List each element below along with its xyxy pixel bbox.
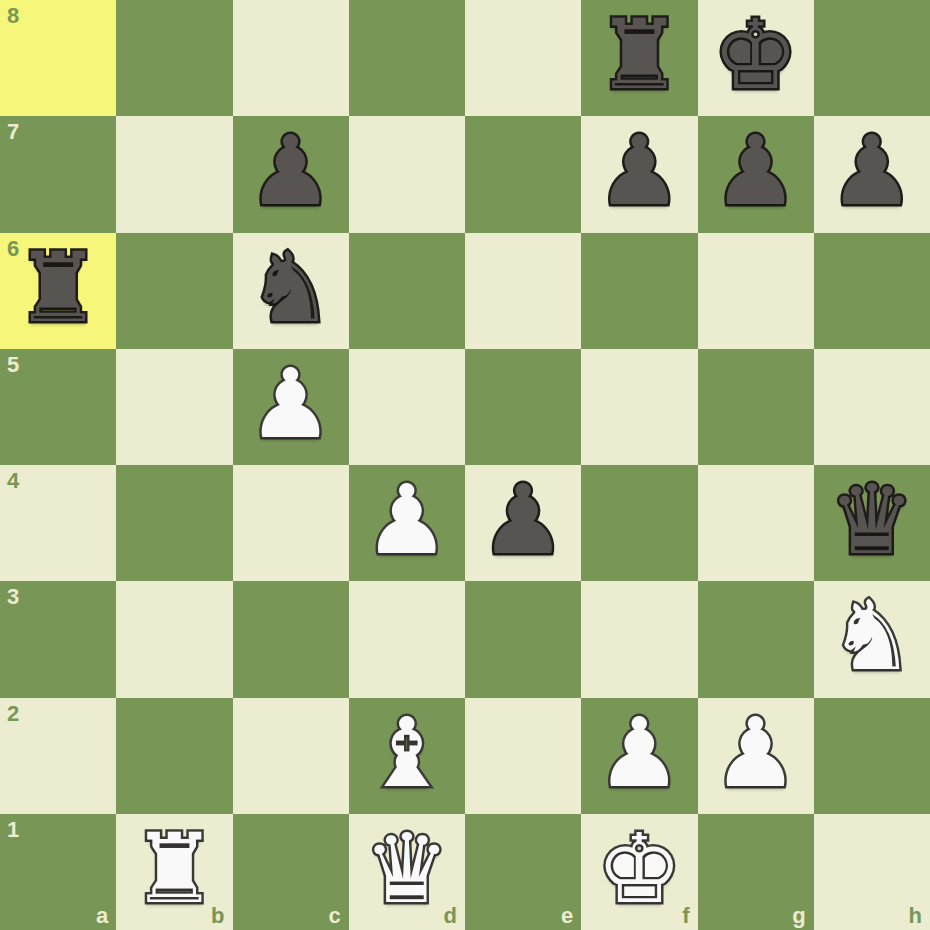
square-b4[interactable]	[116, 465, 232, 581]
square-d3[interactable]	[349, 581, 465, 697]
square-h1[interactable]: h	[814, 814, 930, 930]
white-knight-h3[interactable]: ♞	[829, 588, 915, 684]
square-d5[interactable]	[349, 349, 465, 465]
square-b3[interactable]	[116, 581, 232, 697]
square-c6[interactable]: ♞	[233, 233, 349, 349]
square-f2[interactable]: ♟	[581, 698, 697, 814]
rank-label-5: 5	[7, 354, 19, 376]
square-e3[interactable]	[465, 581, 581, 697]
black-pawn-f7[interactable]: ♟	[596, 123, 682, 219]
square-b6[interactable]	[116, 233, 232, 349]
black-king-g8[interactable]: ♚	[713, 7, 799, 103]
square-c5[interactable]: ♟	[233, 349, 349, 465]
white-rook-b1[interactable]: ♜	[131, 821, 217, 917]
square-h7[interactable]: ♟	[814, 116, 930, 232]
square-c7[interactable]: ♟	[233, 116, 349, 232]
square-h4[interactable]: ♛	[814, 465, 930, 581]
black-pawn-g7[interactable]: ♟	[713, 123, 799, 219]
square-f5[interactable]	[581, 349, 697, 465]
white-pawn-c5[interactable]: ♟	[248, 356, 334, 452]
white-pawn-d4[interactable]: ♟	[364, 472, 450, 568]
square-a5[interactable]: 5	[0, 349, 116, 465]
rank-label-2: 2	[7, 703, 19, 725]
chess-board: 8♜♚7♟♟♟♟6♜♞5♟4♟♟♛3♞2♝♟♟1ab♜cd♛ef♚gh	[0, 0, 930, 930]
black-knight-c6[interactable]: ♞	[248, 240, 334, 336]
black-rook-f8[interactable]: ♜	[596, 7, 682, 103]
square-a1[interactable]: 1a	[0, 814, 116, 930]
square-b5[interactable]	[116, 349, 232, 465]
square-f8[interactable]: ♜	[581, 0, 697, 116]
file-label-a: a	[96, 905, 108, 927]
square-d6[interactable]	[349, 233, 465, 349]
white-king-f1[interactable]: ♚	[596, 821, 682, 917]
black-rook-a6[interactable]: ♜	[15, 240, 101, 336]
square-f1[interactable]: f♚	[581, 814, 697, 930]
square-e4[interactable]: ♟	[465, 465, 581, 581]
square-e7[interactable]	[465, 116, 581, 232]
square-b1[interactable]: b♜	[116, 814, 232, 930]
rank-label-8: 8	[7, 5, 19, 27]
square-a6[interactable]: 6♜	[0, 233, 116, 349]
square-h8[interactable]	[814, 0, 930, 116]
chess-board-container: 8♜♚7♟♟♟♟6♜♞5♟4♟♟♛3♞2♝♟♟1ab♜cd♛ef♚gh	[0, 0, 930, 930]
square-c4[interactable]	[233, 465, 349, 581]
square-g2[interactable]: ♟	[698, 698, 814, 814]
square-d7[interactable]	[349, 116, 465, 232]
square-c2[interactable]	[233, 698, 349, 814]
square-g6[interactable]	[698, 233, 814, 349]
square-e2[interactable]	[465, 698, 581, 814]
square-a4[interactable]: 4	[0, 465, 116, 581]
square-e5[interactable]	[465, 349, 581, 465]
square-c8[interactable]	[233, 0, 349, 116]
file-label-f: f	[682, 905, 689, 927]
square-e6[interactable]	[465, 233, 581, 349]
rank-label-1: 1	[7, 819, 19, 841]
file-label-c: c	[329, 905, 341, 927]
square-a8[interactable]: 8	[0, 0, 116, 116]
black-pawn-c7[interactable]: ♟	[248, 123, 334, 219]
square-h5[interactable]	[814, 349, 930, 465]
square-d1[interactable]: d♛	[349, 814, 465, 930]
file-label-g: g	[792, 905, 805, 927]
square-e8[interactable]	[465, 0, 581, 116]
black-pawn-e4[interactable]: ♟	[480, 472, 566, 568]
square-g8[interactable]: ♚	[698, 0, 814, 116]
square-g5[interactable]	[698, 349, 814, 465]
file-label-h: h	[909, 905, 922, 927]
square-g3[interactable]	[698, 581, 814, 697]
square-h3[interactable]: ♞	[814, 581, 930, 697]
rank-label-3: 3	[7, 586, 19, 608]
square-f6[interactable]	[581, 233, 697, 349]
rank-label-7: 7	[7, 121, 19, 143]
white-queen-d1[interactable]: ♛	[364, 821, 450, 917]
square-c3[interactable]	[233, 581, 349, 697]
white-pawn-g2[interactable]: ♟	[713, 705, 799, 801]
square-h6[interactable]	[814, 233, 930, 349]
square-b2[interactable]	[116, 698, 232, 814]
square-b8[interactable]	[116, 0, 232, 116]
square-a2[interactable]: 2	[0, 698, 116, 814]
square-d8[interactable]	[349, 0, 465, 116]
square-f7[interactable]: ♟	[581, 116, 697, 232]
square-f4[interactable]	[581, 465, 697, 581]
square-c1[interactable]: c	[233, 814, 349, 930]
square-g7[interactable]: ♟	[698, 116, 814, 232]
square-d4[interactable]: ♟	[349, 465, 465, 581]
square-e1[interactable]: e	[465, 814, 581, 930]
square-f3[interactable]	[581, 581, 697, 697]
white-bishop-d2[interactable]: ♝	[364, 705, 450, 801]
square-g4[interactable]	[698, 465, 814, 581]
square-d2[interactable]: ♝	[349, 698, 465, 814]
square-h2[interactable]	[814, 698, 930, 814]
rank-label-4: 4	[7, 470, 19, 492]
square-b7[interactable]	[116, 116, 232, 232]
square-a3[interactable]: 3	[0, 581, 116, 697]
black-pawn-h7[interactable]: ♟	[829, 123, 915, 219]
file-label-e: e	[561, 905, 573, 927]
square-g1[interactable]: g	[698, 814, 814, 930]
black-queen-h4[interactable]: ♛	[829, 472, 915, 568]
white-pawn-f2[interactable]: ♟	[596, 705, 682, 801]
square-a7[interactable]: 7	[0, 116, 116, 232]
